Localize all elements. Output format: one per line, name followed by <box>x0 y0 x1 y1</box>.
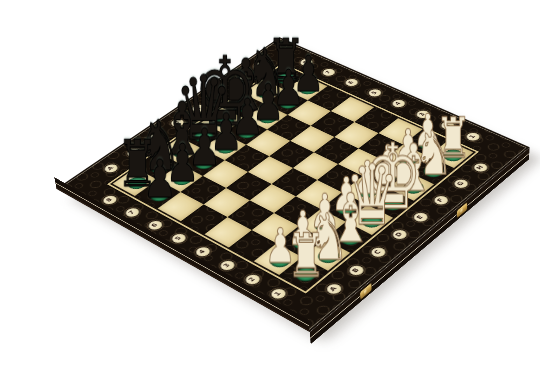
square-g7: ♟ <box>265 90 308 115</box>
felt-ring <box>252 85 278 100</box>
file-label-far-e: E <box>189 103 206 113</box>
file-label-far-g: G <box>231 75 248 85</box>
black-king: ♚ <box>183 45 266 141</box>
square-d6 <box>225 145 270 172</box>
black-knight: ♞ <box>225 40 306 106</box>
black-rook: ♜ <box>245 31 325 91</box>
square-h8: ♜ <box>263 66 305 90</box>
square-a1: ♜ <box>279 257 328 289</box>
black-pawn: ♟ <box>205 92 289 142</box>
square-f6 <box>267 115 311 141</box>
square-h5 <box>331 97 374 122</box>
felt-ring <box>232 99 259 115</box>
felt-ring <box>275 95 302 111</box>
square-f7: ♟ <box>244 104 287 130</box>
rank-label-far-6: 6 <box>342 78 359 88</box>
chess-board: ♜♞♝♛♚♝♞♜♟♟♟♟♟♟♟♟♟♟♟♟♟♟♟♟♜♞♝♛♚♝♞♜ ABCDEFG… <box>56 37 529 332</box>
rank-label-far-7: 7 <box>320 68 337 78</box>
square-h7: ♟ <box>285 76 327 100</box>
square-e5 <box>269 141 314 168</box>
file-label-near-a: A <box>323 282 343 296</box>
square-g8: ♞ <box>243 80 285 105</box>
square-e7: ♟ <box>223 119 267 145</box>
felt-ring <box>254 110 281 126</box>
file-label-far-d: D <box>168 118 186 128</box>
black-pawn: ♟ <box>267 50 348 99</box>
square-h6 <box>308 86 351 111</box>
black-pawn: ♟ <box>247 64 329 113</box>
file-label-far-h: H <box>251 62 268 72</box>
square-e6 <box>246 130 290 157</box>
black-bishop: ♝ <box>204 50 286 121</box>
black-pawn: ♟ <box>226 78 309 128</box>
rank-label-far-8: 8 <box>297 58 314 68</box>
felt-ring <box>295 81 321 96</box>
rank-label-far-5: 5 <box>366 88 383 98</box>
photo-scene: ♜♞♝♛♚♝♞♜♟♟♟♟♟♟♟♟♟♟♟♟♟♟♟♟♜♞♝♛♚♝♞♜ ABCDEFG… <box>0 0 540 370</box>
felt-ring <box>211 113 238 129</box>
square-e8: ♚ <box>201 108 244 134</box>
square-g6 <box>288 100 331 125</box>
rank-label-far-4: 4 <box>389 98 407 108</box>
square-f8: ♝ <box>222 94 265 119</box>
felt-ring <box>233 124 260 140</box>
file-label-far-f: F <box>210 89 227 99</box>
square-f5 <box>290 126 334 153</box>
felt-ring <box>272 71 298 86</box>
